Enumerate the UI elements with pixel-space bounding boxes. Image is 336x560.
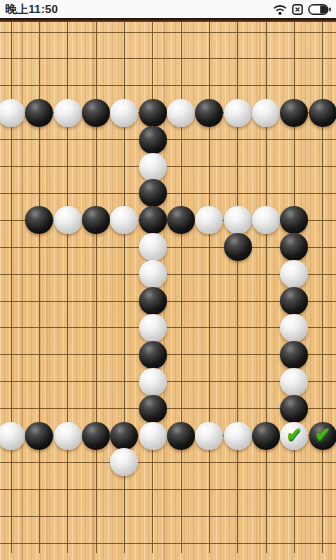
board-top-edge bbox=[0, 18, 336, 22]
white-stone bbox=[54, 422, 82, 450]
white-stone bbox=[110, 206, 138, 234]
white-stone bbox=[280, 260, 308, 288]
white-stone bbox=[224, 422, 252, 450]
white-stone bbox=[252, 99, 280, 127]
grid-line-horizontal bbox=[0, 516, 336, 517]
black-stone bbox=[280, 395, 308, 423]
app-screen: 晚上11:50 ✔✔ bbox=[0, 0, 336, 560]
white-stone bbox=[139, 368, 167, 396]
black-stone bbox=[82, 99, 110, 127]
game-board[interactable]: ✔✔ bbox=[0, 22, 336, 560]
grid-line-horizontal bbox=[0, 139, 336, 140]
black-stone bbox=[280, 233, 308, 261]
black-stone: ✔ bbox=[309, 422, 336, 450]
black-stone bbox=[167, 422, 195, 450]
checkmark-icon: ✔ bbox=[315, 425, 331, 444]
white-stone bbox=[252, 206, 280, 234]
status-icons bbox=[273, 4, 331, 15]
white-stone bbox=[167, 99, 195, 127]
black-stone bbox=[224, 233, 252, 261]
black-stone bbox=[139, 126, 167, 154]
grid-line-horizontal bbox=[0, 489, 336, 490]
grid-line-horizontal bbox=[0, 166, 336, 167]
black-stone bbox=[139, 99, 167, 127]
white-stone bbox=[195, 422, 223, 450]
black-stone bbox=[309, 99, 336, 127]
black-stone bbox=[252, 422, 280, 450]
white-stone bbox=[0, 422, 25, 450]
white-stone bbox=[139, 153, 167, 181]
white-stone bbox=[110, 448, 138, 476]
wifi-icon bbox=[273, 4, 287, 15]
black-stone bbox=[139, 287, 167, 315]
black-stone bbox=[139, 179, 167, 207]
grid-line-horizontal bbox=[0, 543, 336, 544]
white-stone bbox=[110, 99, 138, 127]
white-stone bbox=[280, 368, 308, 396]
black-stone bbox=[25, 422, 53, 450]
black-stone bbox=[280, 287, 308, 315]
black-stone bbox=[139, 341, 167, 369]
grid-line-horizontal bbox=[0, 462, 336, 463]
white-stone bbox=[224, 206, 252, 234]
no-sim-icon bbox=[292, 4, 303, 15]
grid-line-horizontal bbox=[0, 32, 336, 33]
black-stone bbox=[82, 206, 110, 234]
white-stone bbox=[195, 206, 223, 234]
white-stone bbox=[0, 99, 25, 127]
grid-line-horizontal bbox=[0, 85, 336, 86]
white-stone: ✔ bbox=[280, 422, 308, 450]
black-stone bbox=[280, 206, 308, 234]
black-stone bbox=[25, 99, 53, 127]
black-stone bbox=[139, 206, 167, 234]
battery-icon bbox=[308, 4, 331, 15]
checkmark-icon: ✔ bbox=[286, 425, 302, 444]
black-stone bbox=[25, 206, 53, 234]
white-stone bbox=[139, 260, 167, 288]
black-stone bbox=[195, 99, 223, 127]
white-stone bbox=[54, 206, 82, 234]
white-stone bbox=[139, 422, 167, 450]
white-stone bbox=[224, 99, 252, 127]
status-time: 晚上11:50 bbox=[5, 2, 58, 17]
white-stone bbox=[139, 233, 167, 261]
grid-line-horizontal bbox=[0, 58, 336, 59]
black-stone bbox=[280, 341, 308, 369]
black-stone bbox=[139, 395, 167, 423]
black-stone bbox=[167, 206, 195, 234]
grid-line-horizontal bbox=[0, 193, 336, 194]
white-stone bbox=[54, 99, 82, 127]
black-stone bbox=[280, 99, 308, 127]
white-stone bbox=[280, 314, 308, 342]
black-stone bbox=[110, 422, 138, 450]
white-stone bbox=[139, 314, 167, 342]
black-stone bbox=[82, 422, 110, 450]
status-bar: 晚上11:50 bbox=[0, 0, 336, 18]
